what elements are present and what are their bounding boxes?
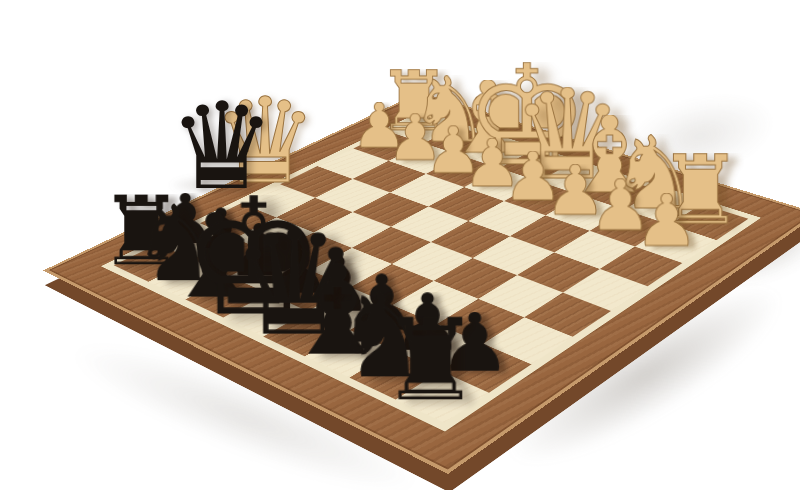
square-a2[interactable]: ♟ xyxy=(635,225,716,263)
white-pawn[interactable]: ♟ xyxy=(595,193,739,249)
board-frame: ♜♞♝♛♚♝♞♜♟♟♟♟♟♟♟♟♟♟♟♟♟♟♟♟♜♞♝♛♚♝♞♜ xyxy=(43,92,800,474)
extra-black-queen[interactable]: ♛ xyxy=(162,102,282,192)
black-rook[interactable]: ♜ xyxy=(347,316,514,404)
scene: ♜♞♝♛♚♝♞♜♟♟♟♟♟♟♟♟♟♟♟♟♟♟♟♟♜♞♝♛♚♝♞♜ ♛ ♛ xyxy=(0,0,800,490)
square-a8[interactable]: ♜ xyxy=(395,371,489,423)
chess-board: ♜♞♝♛♚♝♞♜♟♟♟♟♟♟♟♟♟♟♟♟♟♟♟♟♜♞♝♛♚♝♞♜ xyxy=(43,92,800,474)
